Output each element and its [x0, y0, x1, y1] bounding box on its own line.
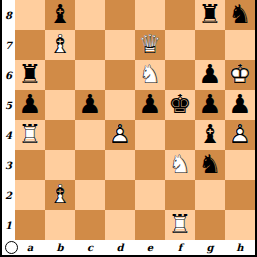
piece-glyph: ♝ [195, 120, 225, 150]
square-d2[interactable] [105, 180, 135, 210]
square-f4[interactable] [165, 120, 195, 150]
square-b6[interactable] [45, 60, 75, 90]
rank-label-5: 5 [2, 90, 15, 120]
square-d1[interactable] [105, 210, 135, 240]
square-f8[interactable] [165, 0, 195, 30]
square-e6[interactable]: ♞♘ [135, 60, 165, 90]
file-label-f: f [165, 240, 195, 255]
piece-glyph: ♔ [225, 60, 255, 90]
piece-white-bishop[interactable]: ♝♗ [45, 180, 75, 210]
chess-diagram: 87654321 ♝♜♞♝♗♛♕♜♞♘♟♚♔♟♟♟♚♟♟♜♖♟♙♝♟♙♞♘♞♝♗… [0, 0, 257, 257]
rank-label-1: 1 [2, 210, 15, 240]
square-c3[interactable] [75, 150, 105, 180]
piece-glyph: ♟ [195, 90, 225, 120]
piece-glyph: ♖ [15, 120, 45, 150]
square-c1[interactable] [75, 210, 105, 240]
file-label-g: g [195, 240, 225, 255]
square-g3[interactable]: ♞ [195, 150, 225, 180]
square-g1[interactable] [195, 210, 225, 240]
piece-white-queen[interactable]: ♛♕ [135, 30, 165, 60]
piece-white-rook[interactable]: ♜♖ [15, 120, 45, 150]
piece-glyph: ♞ [195, 150, 225, 180]
piece-white-knight[interactable]: ♞♘ [135, 60, 165, 90]
piece-black-pawn[interactable]: ♟ [135, 90, 165, 120]
piece-white-pawn[interactable]: ♟♙ [225, 120, 255, 150]
piece-black-pawn[interactable]: ♟ [75, 90, 105, 120]
square-e7[interactable]: ♛♕ [135, 30, 165, 60]
square-a1[interactable] [15, 210, 45, 240]
square-h4[interactable]: ♟♙ [225, 120, 255, 150]
square-e3[interactable] [135, 150, 165, 180]
square-d3[interactable] [105, 150, 135, 180]
square-h2[interactable] [225, 180, 255, 210]
square-e8[interactable] [135, 0, 165, 30]
file-labels: abcdefgh [15, 240, 255, 255]
piece-glyph: ♜ [15, 60, 45, 90]
square-h8[interactable]: ♞ [225, 0, 255, 30]
square-d7[interactable] [105, 30, 135, 60]
side-to-move-indicator [5, 241, 18, 254]
piece-black-knight[interactable]: ♞ [225, 0, 255, 30]
piece-white-knight[interactable]: ♞♘ [165, 150, 195, 180]
rank-label-6: 6 [2, 60, 15, 90]
piece-glyph: ♝ [45, 0, 75, 30]
square-h5[interactable]: ♟ [225, 90, 255, 120]
square-c8[interactable] [75, 0, 105, 30]
square-f5[interactable]: ♚ [165, 90, 195, 120]
rank-label-4: 4 [2, 120, 15, 150]
piece-black-king[interactable]: ♚ [165, 90, 195, 120]
square-c2[interactable] [75, 180, 105, 210]
rank-label-8: 8 [2, 0, 15, 30]
file-label-c: c [75, 240, 105, 255]
piece-glyph: ♖ [165, 210, 195, 240]
piece-glyph: ♗ [45, 30, 75, 60]
square-a6[interactable]: ♜ [15, 60, 45, 90]
square-c7[interactable] [75, 30, 105, 60]
piece-black-rook[interactable]: ♜ [195, 0, 225, 30]
rank-labels: 87654321 [2, 0, 15, 240]
square-b1[interactable] [45, 210, 75, 240]
piece-glyph: ♘ [135, 60, 165, 90]
piece-black-bishop[interactable]: ♝ [195, 120, 225, 150]
piece-black-bishop[interactable]: ♝ [45, 0, 75, 30]
square-b7[interactable]: ♝♗ [45, 30, 75, 60]
rank-label-7: 7 [2, 30, 15, 60]
piece-glyph: ♙ [105, 120, 135, 150]
piece-white-bishop[interactable]: ♝♗ [45, 30, 75, 60]
square-b3[interactable] [45, 150, 75, 180]
square-a5[interactable]: ♟ [15, 90, 45, 120]
square-c5[interactable]: ♟ [75, 90, 105, 120]
square-g7[interactable] [195, 30, 225, 60]
square-g2[interactable] [195, 180, 225, 210]
piece-glyph: ♟ [135, 90, 165, 120]
square-g5[interactable]: ♟ [195, 90, 225, 120]
rank-label-3: 3 [2, 150, 15, 180]
square-d5[interactable] [105, 90, 135, 120]
piece-glyph: ♟ [15, 90, 45, 120]
square-g8[interactable]: ♜ [195, 0, 225, 30]
piece-glyph: ♚ [165, 90, 195, 120]
square-a7[interactable] [15, 30, 45, 60]
square-g6[interactable]: ♟ [195, 60, 225, 90]
square-a8[interactable] [15, 0, 45, 30]
square-a4[interactable]: ♜♖ [15, 120, 45, 150]
square-e1[interactable] [135, 210, 165, 240]
square-a2[interactable] [15, 180, 45, 210]
piece-black-knight[interactable]: ♞ [195, 150, 225, 180]
square-h1[interactable] [225, 210, 255, 240]
piece-glyph: ♜ [195, 0, 225, 30]
file-label-a: a [15, 240, 45, 255]
piece-glyph: ♟ [195, 60, 225, 90]
board: ♝♜♞♝♗♛♕♜♞♘♟♚♔♟♟♟♚♟♟♜♖♟♙♝♟♙♞♘♞♝♗♜♖ [15, 0, 255, 240]
piece-glyph: ♙ [225, 120, 255, 150]
file-label-d: d [105, 240, 135, 255]
piece-black-pawn[interactable]: ♟ [15, 90, 45, 120]
file-label-b: b [45, 240, 75, 255]
piece-black-rook[interactable]: ♜ [15, 60, 45, 90]
piece-black-pawn[interactable]: ♟ [195, 60, 225, 90]
square-d8[interactable] [105, 0, 135, 30]
square-b5[interactable] [45, 90, 75, 120]
square-e4[interactable] [135, 120, 165, 150]
piece-black-pawn[interactable]: ♟ [225, 90, 255, 120]
square-h3[interactable] [225, 150, 255, 180]
square-d4[interactable]: ♟♙ [105, 120, 135, 150]
square-f2[interactable] [165, 180, 195, 210]
square-b4[interactable] [45, 120, 75, 150]
square-f3[interactable]: ♞♘ [165, 150, 195, 180]
piece-glyph: ♗ [45, 180, 75, 210]
square-g4[interactable]: ♝ [195, 120, 225, 150]
piece-glyph: ♟ [225, 90, 255, 120]
square-b2[interactable]: ♝♗ [45, 180, 75, 210]
square-d6[interactable] [105, 60, 135, 90]
piece-glyph: ♟ [75, 90, 105, 120]
file-label-h: h [225, 240, 255, 255]
piece-black-pawn[interactable]: ♟ [195, 90, 225, 120]
square-h7[interactable] [225, 30, 255, 60]
square-f1[interactable]: ♜♖ [165, 210, 195, 240]
piece-white-pawn[interactable]: ♟♙ [105, 120, 135, 150]
square-h6[interactable]: ♚♔ [225, 60, 255, 90]
square-f6[interactable] [165, 60, 195, 90]
piece-glyph: ♕ [135, 30, 165, 60]
piece-glyph: ♘ [165, 150, 195, 180]
square-c6[interactable] [75, 60, 105, 90]
square-f7[interactable] [165, 30, 195, 60]
piece-white-king[interactable]: ♚♔ [225, 60, 255, 90]
piece-glyph: ♞ [225, 0, 255, 30]
file-label-e: e [135, 240, 165, 255]
square-e2[interactable] [135, 180, 165, 210]
square-a3[interactable] [15, 150, 45, 180]
rank-label-2: 2 [2, 180, 15, 210]
square-c4[interactable] [75, 120, 105, 150]
piece-white-rook[interactable]: ♜♖ [165, 210, 195, 240]
square-b8[interactable]: ♝ [45, 0, 75, 30]
square-e5[interactable]: ♟ [135, 90, 165, 120]
diagram-layout: 87654321 ♝♜♞♝♗♛♕♜♞♘♟♚♔♟♟♟♚♟♟♜♖♟♙♝♟♙♞♘♞♝♗… [2, 0, 255, 255]
